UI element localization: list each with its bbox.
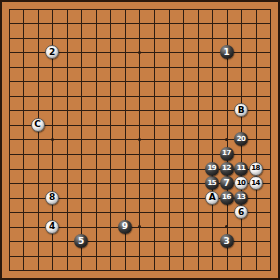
stone-label: 18	[251, 165, 260, 172]
white-stone-10: 10	[234, 176, 248, 190]
stone-label: B	[238, 106, 245, 115]
stone-label: 1	[224, 48, 230, 57]
black-stone-5: 5	[74, 234, 88, 248]
stone-label: 19	[208, 165, 217, 172]
stone-label: 7	[224, 179, 230, 188]
stone-label: 17	[222, 151, 231, 158]
stone-label: 2	[49, 48, 55, 57]
stone-label: 11	[237, 165, 246, 172]
black-stone-12: 12	[220, 162, 234, 176]
black-stone-20: 20	[234, 132, 248, 146]
black-stone-7: 7	[220, 176, 234, 190]
star-point	[138, 51, 141, 54]
white-stone-14: 14	[249, 176, 263, 190]
black-stone-3: 3	[220, 234, 234, 248]
white-stone-A: A	[205, 191, 219, 205]
white-stone-6: 6	[234, 205, 248, 219]
stone-label: 10	[237, 180, 246, 187]
black-stone-13: 13	[234, 191, 248, 205]
stone-label: 12	[222, 165, 231, 172]
star-point	[51, 138, 54, 141]
goban-grid: 1234567891011121314151617181920ABC	[2, 2, 278, 278]
stone-label: 13	[237, 194, 246, 201]
go-board-frame: 1234567891011121314151617181920ABC	[0, 0, 280, 280]
black-stone-19: 19	[205, 162, 219, 176]
stone-label: C	[34, 121, 41, 130]
stone-label: 8	[49, 193, 55, 202]
go-board[interactable]: 1234567891011121314151617181920ABC	[2, 2, 278, 278]
white-stone-8: 8	[45, 191, 59, 205]
star-point	[225, 225, 228, 228]
stone-label: A	[209, 193, 216, 202]
stone-label: 15	[208, 180, 217, 187]
white-stone-B: B	[234, 103, 248, 117]
white-stone-4: 4	[45, 220, 59, 234]
star-point	[138, 138, 141, 141]
stone-label: 4	[49, 223, 55, 232]
white-stone-C: C	[31, 118, 45, 132]
black-stone-1: 1	[220, 45, 234, 59]
stone-label: 14	[251, 180, 260, 187]
black-stone-11: 11	[234, 162, 248, 176]
stone-label: 16	[222, 194, 231, 201]
star-point	[225, 138, 228, 141]
black-stone-9: 9	[118, 220, 132, 234]
stone-label: 9	[122, 223, 128, 232]
stone-label: 3	[224, 237, 230, 246]
black-stone-15: 15	[205, 176, 219, 190]
white-stone-2: 2	[45, 45, 59, 59]
stone-label: 5	[78, 237, 84, 246]
stone-label: 20	[237, 136, 246, 143]
black-stone-17: 17	[220, 147, 234, 161]
white-stone-18: 18	[249, 162, 263, 176]
black-stone-16: 16	[220, 191, 234, 205]
stone-label: 6	[238, 208, 244, 217]
star-point	[138, 225, 141, 228]
